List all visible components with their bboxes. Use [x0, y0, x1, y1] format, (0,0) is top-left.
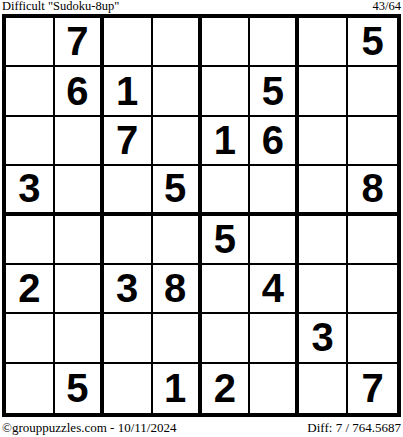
cell-r7c1[interactable]: [6, 314, 55, 363]
cell-r4c2[interactable]: [55, 166, 104, 215]
cell-r5c7[interactable]: [299, 216, 348, 265]
cell-r1c3[interactable]: [104, 18, 153, 67]
given-digit-r6c6[interactable]: 4: [250, 265, 299, 314]
cell-r7c5[interactable]: [202, 314, 251, 363]
cell-r2c8[interactable]: [348, 67, 397, 116]
cell-r8c1[interactable]: [6, 364, 55, 413]
cell-r1c1[interactable]: [6, 18, 55, 67]
cell-r4c3[interactable]: [104, 166, 153, 215]
given-digit-r5c5[interactable]: 5: [202, 216, 251, 265]
sudoku-board: 756157163585238435127: [2, 14, 401, 417]
cell-r8c6[interactable]: [250, 364, 299, 413]
difficulty-text: Diff: 7 / 764.5687: [307, 420, 401, 436]
cell-r7c2[interactable]: [55, 314, 104, 363]
cell-r2c1[interactable]: [6, 67, 55, 116]
given-digit-r2c6[interactable]: 5: [250, 67, 299, 116]
given-digit-r8c5[interactable]: 2: [202, 364, 251, 413]
puzzle-title: Difficult "Sudoku-8up": [2, 0, 119, 13]
cell-r3c1[interactable]: [6, 117, 55, 166]
given-digit-r2c2[interactable]: 6: [55, 67, 104, 116]
cell-r2c4[interactable]: [153, 67, 202, 116]
given-digit-r6c4[interactable]: 8: [153, 265, 202, 314]
given-digit-r8c4[interactable]: 1: [153, 364, 202, 413]
puzzle-page: Difficult "Sudoku-8up" 43/64 75615716358…: [0, 0, 403, 437]
cell-r6c5[interactable]: [202, 265, 251, 314]
cell-r5c6[interactable]: [250, 216, 299, 265]
cell-r7c6[interactable]: [250, 314, 299, 363]
cell-r7c4[interactable]: [153, 314, 202, 363]
given-digit-r4c4[interactable]: 5: [153, 166, 202, 215]
cell-r8c3[interactable]: [104, 364, 153, 413]
footer: ©grouppuzzles.com - 10/11/2024 Diff: 7 /…: [2, 420, 401, 436]
cell-r8c7[interactable]: [299, 364, 348, 413]
given-digit-r3c5[interactable]: 1: [202, 117, 251, 166]
cell-r5c3[interactable]: [104, 216, 153, 265]
given-digit-r6c3[interactable]: 3: [104, 265, 153, 314]
given-digit-r2c3[interactable]: 1: [104, 67, 153, 116]
cell-r7c8[interactable]: [348, 314, 397, 363]
given-digit-r4c1[interactable]: 3: [6, 166, 55, 215]
cell-r3c4[interactable]: [153, 117, 202, 166]
cell-r6c8[interactable]: [348, 265, 397, 314]
cell-r4c7[interactable]: [299, 166, 348, 215]
cell-r4c6[interactable]: [250, 166, 299, 215]
cell-r4c5[interactable]: [202, 166, 251, 215]
given-digit-r1c8[interactable]: 5: [348, 18, 397, 67]
cell-r6c2[interactable]: [55, 265, 104, 314]
cell-r3c2[interactable]: [55, 117, 104, 166]
cell-r1c6[interactable]: [250, 18, 299, 67]
cell-r3c7[interactable]: [299, 117, 348, 166]
given-digit-r6c1[interactable]: 2: [6, 265, 55, 314]
given-digit-r3c6[interactable]: 6: [250, 117, 299, 166]
given-digit-r7c7[interactable]: 3: [299, 314, 348, 363]
cell-r1c5[interactable]: [202, 18, 251, 67]
cell-r1c7[interactable]: [299, 18, 348, 67]
copyright-text: ©grouppuzzles.com - 10/11/2024: [2, 420, 176, 436]
given-digit-r1c2[interactable]: 7: [55, 18, 104, 67]
cell-r3c8[interactable]: [348, 117, 397, 166]
given-digit-r4c8[interactable]: 8: [348, 166, 397, 215]
cell-r1c4[interactable]: [153, 18, 202, 67]
cell-r2c7[interactable]: [299, 67, 348, 116]
given-digit-r8c2[interactable]: 5: [55, 364, 104, 413]
header: Difficult "Sudoku-8up" 43/64: [2, 0, 401, 13]
cell-r5c4[interactable]: [153, 216, 202, 265]
cell-r6c7[interactable]: [299, 265, 348, 314]
empty-cells-counter: 43/64: [373, 0, 401, 13]
cell-r7c3[interactable]: [104, 314, 153, 363]
given-digit-r3c3[interactable]: 7: [104, 117, 153, 166]
cell-r2c5[interactable]: [202, 67, 251, 116]
cell-r5c2[interactable]: [55, 216, 104, 265]
cell-r5c1[interactable]: [6, 216, 55, 265]
given-digit-r8c8[interactable]: 7: [348, 364, 397, 413]
cell-r5c8[interactable]: [348, 216, 397, 265]
